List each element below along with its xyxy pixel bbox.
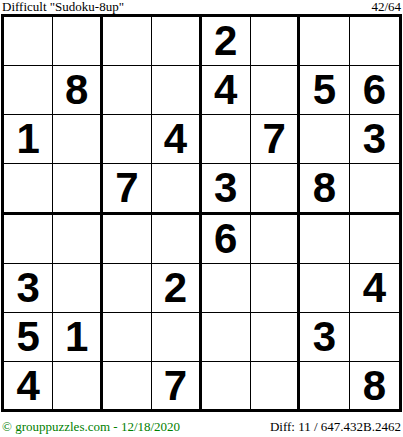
- cell-r1c1[interactable]: [4, 17, 53, 66]
- cell-r2c5: 4: [202, 66, 251, 115]
- cell-r6c4: 2: [152, 264, 201, 313]
- given-digit: 4: [214, 66, 237, 114]
- cell-r6c2[interactable]: [53, 264, 102, 313]
- cell-r6c3[interactable]: [103, 264, 152, 313]
- cell-r2c8: 6: [350, 66, 399, 115]
- given-digit: 4: [363, 264, 386, 312]
- cell-r5c1[interactable]: [4, 215, 53, 264]
- cell-r5c5: 6: [202, 215, 251, 264]
- cell-r3c2[interactable]: [53, 115, 102, 164]
- cell-r2c3[interactable]: [103, 66, 152, 115]
- cell-r2c7: 5: [300, 66, 349, 115]
- given-digit: 5: [17, 313, 40, 361]
- cell-r2c6[interactable]: [251, 66, 300, 115]
- cell-r4c4[interactable]: [152, 164, 201, 215]
- given-digit: 8: [313, 164, 336, 212]
- cell-r1c2[interactable]: [53, 17, 102, 66]
- cell-r6c1: 3: [4, 264, 53, 313]
- given-digit: 8: [363, 362, 386, 410]
- cell-r7c3[interactable]: [103, 313, 152, 362]
- cell-r1c6[interactable]: [251, 17, 300, 66]
- cell-r7c7: 3: [300, 313, 349, 362]
- cell-r5c2[interactable]: [53, 215, 102, 264]
- cell-r8c2[interactable]: [53, 362, 102, 410]
- header: Difficult "Sudoku-8up" 42/64: [0, 0, 403, 14]
- cell-r5c8[interactable]: [350, 215, 399, 264]
- cell-r4c6[interactable]: [251, 164, 300, 215]
- progress-counter: 42/64: [371, 0, 401, 13]
- cell-r5c3[interactable]: [103, 215, 152, 264]
- sudoku-page: Difficult "Sudoku-8up" 42/64 28456147373…: [0, 0, 403, 437]
- cell-r3c7[interactable]: [300, 115, 349, 164]
- cell-r1c7[interactable]: [300, 17, 349, 66]
- cell-r7c8[interactable]: [350, 313, 399, 362]
- cell-r4c2[interactable]: [53, 164, 102, 215]
- cell-r5c7[interactable]: [300, 215, 349, 264]
- given-digit: 7: [115, 164, 138, 212]
- cell-r7c4[interactable]: [152, 313, 201, 362]
- cell-r7c6[interactable]: [251, 313, 300, 362]
- copyright-text: © grouppuzzles.com - 12/18/2020: [2, 420, 180, 434]
- given-digit: 2: [164, 264, 187, 312]
- given-digit: 2: [214, 17, 237, 65]
- cell-r1c5: 2: [202, 17, 251, 66]
- cell-r6c6[interactable]: [251, 264, 300, 313]
- cell-r6c7[interactable]: [300, 264, 349, 313]
- cell-r1c4[interactable]: [152, 17, 201, 66]
- cell-r4c3: 7: [103, 164, 152, 215]
- difficulty-text: Diff: 11 / 647.432B.2462: [270, 420, 401, 434]
- given-digit: 3: [214, 164, 237, 212]
- given-digit: 6: [363, 66, 386, 114]
- cell-r2c4[interactable]: [152, 66, 201, 115]
- given-digit: 3: [17, 264, 40, 312]
- cell-r6c5[interactable]: [202, 264, 251, 313]
- cell-r4c5: 3: [202, 164, 251, 215]
- cell-r8c7[interactable]: [300, 362, 349, 410]
- given-digit: 1: [17, 115, 40, 163]
- given-digit: 6: [214, 215, 237, 263]
- cell-r1c8[interactable]: [350, 17, 399, 66]
- cell-r3c5[interactable]: [202, 115, 251, 164]
- cell-r7c1: 5: [4, 313, 53, 362]
- cell-r6c8: 4: [350, 264, 399, 313]
- cell-r2c1[interactable]: [4, 66, 53, 115]
- cell-r5c6[interactable]: [251, 215, 300, 264]
- cell-r3c3[interactable]: [103, 115, 152, 164]
- cell-r8c6[interactable]: [251, 362, 300, 410]
- cell-r8c1: 4: [4, 362, 53, 410]
- cell-r8c5[interactable]: [202, 362, 251, 410]
- given-digit: 7: [164, 362, 187, 410]
- cell-r1c3[interactable]: [103, 17, 152, 66]
- cell-r4c8[interactable]: [350, 164, 399, 215]
- given-digit: 8: [65, 66, 88, 114]
- cell-r8c3[interactable]: [103, 362, 152, 410]
- cell-r8c8: 8: [350, 362, 399, 410]
- cell-r4c1[interactable]: [4, 164, 53, 215]
- given-digit: 4: [164, 115, 187, 163]
- given-digit: 7: [262, 115, 285, 163]
- given-digit: 3: [313, 313, 336, 361]
- cell-r3c6: 7: [251, 115, 300, 164]
- given-digit: 5: [313, 66, 336, 114]
- puzzle-title: Difficult "Sudoku-8up": [2, 0, 124, 13]
- cell-r2c2: 8: [53, 66, 102, 115]
- cell-r7c2: 1: [53, 313, 102, 362]
- sudoku-board: 2845614737386324513478: [1, 14, 402, 412]
- given-digit: 1: [65, 313, 88, 361]
- cell-r5c4[interactable]: [152, 215, 201, 264]
- cell-r8c4: 7: [152, 362, 201, 410]
- given-digit: 4: [17, 362, 40, 410]
- footer: © grouppuzzles.com - 12/18/2020 Diff: 11…: [0, 412, 403, 434]
- cell-r7c5[interactable]: [202, 313, 251, 362]
- cell-r4c7: 8: [300, 164, 349, 215]
- given-digit: 3: [363, 115, 386, 163]
- cell-r3c1: 1: [4, 115, 53, 164]
- cell-r3c4: 4: [152, 115, 201, 164]
- cell-r3c8: 3: [350, 115, 399, 164]
